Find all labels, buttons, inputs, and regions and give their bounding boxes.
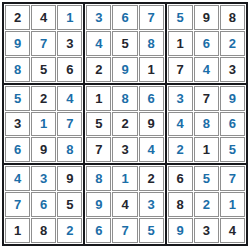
cell-r9c7[interactable]: 9: [168, 218, 193, 243]
cell-r6c4[interactable]: 7: [86, 137, 111, 162]
cell-r5c1[interactable]: 3: [5, 112, 30, 137]
cell-r4c8[interactable]: 7: [194, 86, 219, 111]
sudoku-page: 2419738563674582915981627435243176981865…: [0, 0, 250, 248]
cell-r8c4[interactable]: 9: [86, 192, 111, 217]
cell-r1c1[interactable]: 2: [5, 5, 30, 30]
cell-r3c9[interactable]: 3: [220, 57, 245, 82]
cell-r1c2[interactable]: 4: [31, 5, 56, 30]
cell-r5c7[interactable]: 4: [168, 112, 193, 137]
cell-r2c8[interactable]: 6: [194, 31, 219, 56]
sudoku-box-8: 812943675: [85, 165, 164, 244]
cell-r9c2[interactable]: 8: [31, 218, 56, 243]
cell-r5c4[interactable]: 5: [86, 112, 111, 137]
cell-r6c2[interactable]: 9: [31, 137, 56, 162]
cell-r1c4[interactable]: 3: [86, 5, 111, 30]
sudoku-board: 2419738563674582915981627435243176981865…: [2, 2, 248, 246]
cell-r3c5[interactable]: 9: [112, 57, 137, 82]
sudoku-box-9: 657821934: [167, 165, 246, 244]
cell-r8c9[interactable]: 1: [220, 192, 245, 217]
cell-r9c1[interactable]: 1: [5, 218, 30, 243]
cell-r8c1[interactable]: 7: [5, 192, 30, 217]
cell-r1c6[interactable]: 7: [139, 5, 164, 30]
cell-r8c5[interactable]: 4: [112, 192, 137, 217]
cell-r3c4[interactable]: 2: [86, 57, 111, 82]
cell-r6c3[interactable]: 8: [57, 137, 82, 162]
cell-r1c8[interactable]: 9: [194, 5, 219, 30]
sudoku-box-1: 241973856: [4, 4, 83, 83]
cell-r6c8[interactable]: 1: [194, 137, 219, 162]
cell-r7c8[interactable]: 5: [194, 166, 219, 191]
cell-r4c4[interactable]: 1: [86, 86, 111, 111]
cell-r2c5[interactable]: 5: [112, 31, 137, 56]
cell-r6c5[interactable]: 3: [112, 137, 137, 162]
cell-r4c9[interactable]: 9: [220, 86, 245, 111]
cell-r6c1[interactable]: 6: [5, 137, 30, 162]
cell-r2c6[interactable]: 8: [139, 31, 164, 56]
cell-r7c2[interactable]: 3: [31, 166, 56, 191]
cell-r1c5[interactable]: 6: [112, 5, 137, 30]
cell-r5c5[interactable]: 2: [112, 112, 137, 137]
cell-r4c3[interactable]: 4: [57, 86, 82, 111]
cell-r2c4[interactable]: 4: [86, 31, 111, 56]
cell-r5c3[interactable]: 7: [57, 112, 82, 137]
cell-r5c2[interactable]: 1: [31, 112, 56, 137]
cell-r7c1[interactable]: 4: [5, 166, 30, 191]
cell-r2c7[interactable]: 1: [168, 31, 193, 56]
cell-r7c3[interactable]: 9: [57, 166, 82, 191]
sudoku-box-2: 367458291: [85, 4, 164, 83]
cell-r8c6[interactable]: 3: [139, 192, 164, 217]
cell-r3c3[interactable]: 6: [57, 57, 82, 82]
cell-r5c9[interactable]: 6: [220, 112, 245, 137]
cell-r3c2[interactable]: 5: [31, 57, 56, 82]
sudoku-box-3: 598162743: [167, 4, 246, 83]
cell-r7c4[interactable]: 8: [86, 166, 111, 191]
sudoku-box-4: 524317698: [4, 85, 83, 164]
cell-r7c7[interactable]: 6: [168, 166, 193, 191]
cell-r9c6[interactable]: 5: [139, 218, 164, 243]
cell-r6c7[interactable]: 2: [168, 137, 193, 162]
cell-r2c3[interactable]: 3: [57, 31, 82, 56]
cell-r9c3[interactable]: 2: [57, 218, 82, 243]
cell-r8c3[interactable]: 5: [57, 192, 82, 217]
sudoku-box-5: 186529734: [85, 85, 164, 164]
cell-r4c5[interactable]: 8: [112, 86, 137, 111]
sudoku-box-7: 439765182: [4, 165, 83, 244]
cell-r7c5[interactable]: 1: [112, 166, 137, 191]
cell-r4c7[interactable]: 3: [168, 86, 193, 111]
cell-r3c1[interactable]: 8: [5, 57, 30, 82]
cell-r7c9[interactable]: 7: [220, 166, 245, 191]
cell-r4c2[interactable]: 2: [31, 86, 56, 111]
cell-r4c1[interactable]: 5: [5, 86, 30, 111]
cell-r6c6[interactable]: 4: [139, 137, 164, 162]
cell-r8c8[interactable]: 2: [194, 192, 219, 217]
sudoku-box-6: 379486215: [167, 85, 246, 164]
cell-r1c9[interactable]: 8: [220, 5, 245, 30]
cell-r8c7[interactable]: 8: [168, 192, 193, 217]
cell-r9c4[interactable]: 6: [86, 218, 111, 243]
cell-r9c8[interactable]: 3: [194, 218, 219, 243]
cell-r9c5[interactable]: 7: [112, 218, 137, 243]
cell-r7c6[interactable]: 2: [139, 166, 164, 191]
cell-r3c8[interactable]: 4: [194, 57, 219, 82]
cell-r6c9[interactable]: 5: [220, 137, 245, 162]
cell-r5c8[interactable]: 8: [194, 112, 219, 137]
cell-r3c7[interactable]: 7: [168, 57, 193, 82]
cell-r9c9[interactable]: 4: [220, 218, 245, 243]
cell-r1c7[interactable]: 5: [168, 5, 193, 30]
cell-r2c2[interactable]: 7: [31, 31, 56, 56]
cell-r3c6[interactable]: 1: [139, 57, 164, 82]
cell-r8c2[interactable]: 6: [31, 192, 56, 217]
cell-r2c1[interactable]: 9: [5, 31, 30, 56]
cell-r4c6[interactable]: 6: [139, 86, 164, 111]
cell-r5c6[interactable]: 9: [139, 112, 164, 137]
cell-r1c3[interactable]: 1: [57, 5, 82, 30]
cell-r2c9[interactable]: 2: [220, 31, 245, 56]
